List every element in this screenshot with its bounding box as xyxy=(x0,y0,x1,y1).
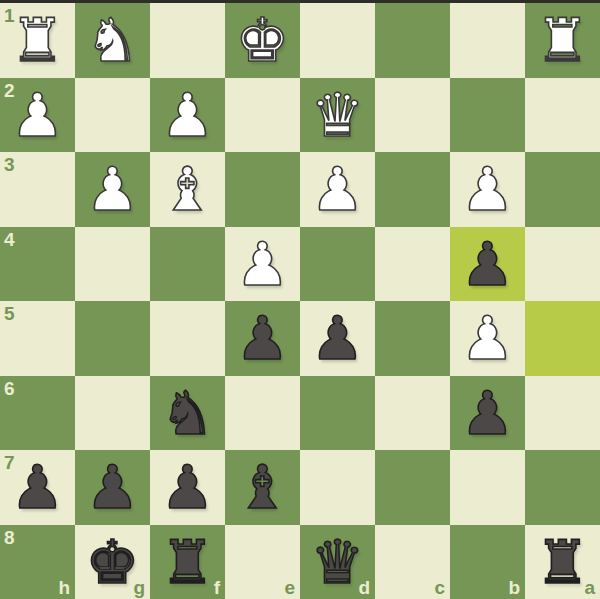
file-label-a: a xyxy=(584,578,595,597)
square-g5[interactable] xyxy=(75,301,150,376)
square-b2[interactable] xyxy=(450,78,525,153)
square-e2[interactable] xyxy=(225,78,300,153)
white-pawn[interactable]: ♟ xyxy=(236,234,290,294)
square-c7[interactable] xyxy=(375,450,450,525)
white-pawn[interactable]: ♟ xyxy=(461,159,515,219)
black-rook[interactable]: ♜ xyxy=(536,532,590,592)
black-queen[interactable]: ♛ xyxy=(311,532,365,592)
rank-label-6: 6 xyxy=(4,379,15,398)
white-pawn[interactable]: ♟ xyxy=(86,159,140,219)
square-c4[interactable] xyxy=(375,227,450,302)
square-c8[interactable]: c xyxy=(375,525,450,599)
square-d7[interactable] xyxy=(300,450,375,525)
square-f3[interactable]: ♝ xyxy=(150,152,225,227)
black-pawn[interactable]: ♟ xyxy=(461,383,515,443)
white-pawn[interactable]: ♟ xyxy=(161,85,215,145)
square-c1[interactable] xyxy=(375,3,450,78)
square-h5[interactable]: 5 xyxy=(0,301,75,376)
file-label-e: e xyxy=(284,578,295,597)
black-knight[interactable]: ♞ xyxy=(161,383,215,443)
square-e4[interactable]: ♟ xyxy=(225,227,300,302)
square-h8[interactable]: 8h xyxy=(0,525,75,599)
white-king[interactable]: ♚ xyxy=(236,10,290,70)
rank-label-2: 2 xyxy=(4,81,15,100)
square-h3[interactable]: 3 xyxy=(0,152,75,227)
file-label-d: d xyxy=(358,578,370,597)
square-a3[interactable] xyxy=(525,152,600,227)
square-a1[interactable]: ♜ xyxy=(525,3,600,78)
square-b8[interactable]: b xyxy=(450,525,525,599)
black-pawn[interactable]: ♟ xyxy=(311,308,365,368)
square-f4[interactable] xyxy=(150,227,225,302)
chess-board: 1♜♞♚♜2♟♟♛3♟♝♟♟4♟♟5♟♟♟6♞♟7♟♟♟♝8hg♚f♜ed♛cb… xyxy=(0,3,600,599)
white-rook[interactable]: ♜ xyxy=(11,10,65,70)
square-c3[interactable] xyxy=(375,152,450,227)
white-pawn[interactable]: ♟ xyxy=(311,159,365,219)
square-b4[interactable]: ♟ xyxy=(450,227,525,302)
square-b7[interactable] xyxy=(450,450,525,525)
white-bishop[interactable]: ♝ xyxy=(161,159,215,219)
square-h6[interactable]: 6 xyxy=(0,376,75,451)
square-f8[interactable]: f♜ xyxy=(150,525,225,599)
square-b5[interactable]: ♟ xyxy=(450,301,525,376)
square-a2[interactable] xyxy=(525,78,600,153)
square-c6[interactable] xyxy=(375,376,450,451)
file-label-h: h xyxy=(58,578,70,597)
square-e7[interactable]: ♝ xyxy=(225,450,300,525)
square-e5[interactable]: ♟ xyxy=(225,301,300,376)
square-f5[interactable] xyxy=(150,301,225,376)
file-label-g: g xyxy=(133,578,145,597)
square-g7[interactable]: ♟ xyxy=(75,450,150,525)
square-g3[interactable]: ♟ xyxy=(75,152,150,227)
square-f7[interactable]: ♟ xyxy=(150,450,225,525)
black-pawn[interactable]: ♟ xyxy=(86,457,140,517)
white-knight[interactable]: ♞ xyxy=(86,10,140,70)
square-d3[interactable]: ♟ xyxy=(300,152,375,227)
square-a6[interactable] xyxy=(525,376,600,451)
file-label-c: c xyxy=(434,578,445,597)
square-e8[interactable]: e xyxy=(225,525,300,599)
file-label-b: b xyxy=(508,578,520,597)
square-a4[interactable] xyxy=(525,227,600,302)
square-g6[interactable] xyxy=(75,376,150,451)
rank-label-3: 3 xyxy=(4,155,15,174)
square-f1[interactable] xyxy=(150,3,225,78)
square-d5[interactable]: ♟ xyxy=(300,301,375,376)
square-h1[interactable]: 1♜ xyxy=(0,3,75,78)
square-b3[interactable]: ♟ xyxy=(450,152,525,227)
square-d6[interactable] xyxy=(300,376,375,451)
square-a7[interactable] xyxy=(525,450,600,525)
black-pawn[interactable]: ♟ xyxy=(461,234,515,294)
square-c5[interactable] xyxy=(375,301,450,376)
square-b6[interactable]: ♟ xyxy=(450,376,525,451)
rank-label-7: 7 xyxy=(4,453,15,472)
square-d4[interactable] xyxy=(300,227,375,302)
square-h7[interactable]: 7♟ xyxy=(0,450,75,525)
rank-label-5: 5 xyxy=(4,304,15,323)
square-a8[interactable]: a♜ xyxy=(525,525,600,599)
square-a5[interactable] xyxy=(525,301,600,376)
rank-label-8: 8 xyxy=(4,528,15,547)
square-g4[interactable] xyxy=(75,227,150,302)
rank-label-1: 1 xyxy=(4,6,15,25)
black-bishop[interactable]: ♝ xyxy=(236,457,290,517)
square-e3[interactable] xyxy=(225,152,300,227)
square-d2[interactable]: ♛ xyxy=(300,78,375,153)
square-h4[interactable]: 4 xyxy=(0,227,75,302)
black-pawn[interactable]: ♟ xyxy=(161,457,215,517)
square-g8[interactable]: g♚ xyxy=(75,525,150,599)
white-rook[interactable]: ♜ xyxy=(536,10,590,70)
black-pawn[interactable]: ♟ xyxy=(236,308,290,368)
square-g2[interactable] xyxy=(75,78,150,153)
white-pawn[interactable]: ♟ xyxy=(461,308,515,368)
square-d1[interactable] xyxy=(300,3,375,78)
square-f2[interactable]: ♟ xyxy=(150,78,225,153)
square-b1[interactable] xyxy=(450,3,525,78)
square-c2[interactable] xyxy=(375,78,450,153)
square-e1[interactable]: ♚ xyxy=(225,3,300,78)
black-rook[interactable]: ♜ xyxy=(161,532,215,592)
square-h2[interactable]: 2♟ xyxy=(0,78,75,153)
rank-label-4: 4 xyxy=(4,230,15,249)
white-pawn[interactable]: ♟ xyxy=(11,85,65,145)
square-g1[interactable]: ♞ xyxy=(75,3,150,78)
black-king[interactable]: ♚ xyxy=(86,532,140,592)
black-pawn[interactable]: ♟ xyxy=(11,457,65,517)
square-f6[interactable]: ♞ xyxy=(150,376,225,451)
white-queen[interactable]: ♛ xyxy=(311,85,365,145)
square-d8[interactable]: d♛ xyxy=(300,525,375,599)
file-label-f: f xyxy=(214,578,220,597)
square-e6[interactable] xyxy=(225,376,300,451)
